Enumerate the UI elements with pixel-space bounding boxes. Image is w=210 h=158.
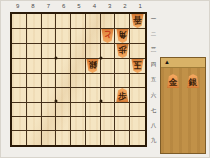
- file-label-8: 8: [25, 2, 40, 11]
- square-1八[interactable]: [130, 117, 145, 131]
- square-7七[interactable]: [42, 103, 57, 117]
- square-6七[interactable]: [56, 103, 71, 117]
- square-3三[interactable]: [101, 44, 116, 59]
- square-7八[interactable]: [42, 117, 57, 131]
- hoshi-point: [99, 56, 102, 59]
- square-2一[interactable]: [115, 14, 130, 29]
- hoshi-point: [55, 56, 58, 59]
- square-8六[interactable]: [27, 88, 42, 103]
- square-3五[interactable]: [101, 74, 116, 88]
- square-1一[interactable]: 香: [130, 14, 145, 29]
- square-8二[interactable]: [27, 29, 42, 44]
- rank-label-5: 五: [149, 72, 158, 87]
- square-2九[interactable]: [115, 131, 130, 145]
- square-5三[interactable]: [71, 44, 86, 59]
- square-3四[interactable]: [101, 59, 116, 74]
- square-9七[interactable]: [12, 103, 27, 117]
- square-6三[interactable]: [56, 44, 71, 59]
- square-5八[interactable]: [71, 117, 86, 131]
- piece-gote-と-3二[interactable]: と: [101, 29, 114, 43]
- file-label-7: 7: [41, 2, 56, 11]
- square-6四[interactable]: [56, 59, 71, 74]
- piece-gote-玉-1四[interactable]: 玉: [131, 59, 144, 73]
- square-8一[interactable]: [27, 14, 42, 29]
- square-2二[interactable]: 角: [115, 29, 130, 44]
- square-5九[interactable]: [71, 131, 86, 145]
- square-6九[interactable]: [56, 131, 71, 145]
- hand-pieces: 金銀: [161, 74, 205, 88]
- rank-label-3: 三: [149, 42, 158, 57]
- square-7二[interactable]: [42, 29, 57, 44]
- piece-sente-歩-2六[interactable]: 歩: [116, 88, 129, 102]
- rank-label-9: 九: [149, 133, 158, 148]
- rank-label-1: 一: [149, 12, 158, 27]
- square-5六[interactable]: [71, 88, 86, 103]
- square-8三[interactable]: [27, 44, 42, 59]
- square-8八[interactable]: [27, 117, 42, 131]
- square-2六[interactable]: 歩: [115, 88, 130, 103]
- hand-piece-金[interactable]: 金: [167, 74, 180, 88]
- square-3九[interactable]: [101, 131, 116, 145]
- square-9五[interactable]: [12, 74, 27, 88]
- file-label-3: 3: [102, 2, 117, 11]
- square-6二[interactable]: [56, 29, 71, 44]
- square-1七[interactable]: [130, 103, 145, 117]
- square-5二[interactable]: [71, 29, 86, 44]
- square-8九[interactable]: [27, 131, 42, 145]
- square-9二[interactable]: [12, 29, 27, 44]
- square-1九[interactable]: [130, 131, 145, 145]
- sente-hand-stand: ▲ 金銀: [160, 57, 206, 154]
- square-5一[interactable]: [71, 14, 86, 29]
- square-6八[interactable]: [56, 117, 71, 131]
- square-8四[interactable]: [27, 59, 42, 74]
- file-coordinates: 987654321: [10, 2, 148, 11]
- square-1五[interactable]: [130, 74, 145, 88]
- square-2三[interactable]: 歩: [115, 44, 130, 59]
- rank-label-7: 七: [149, 103, 158, 118]
- square-7九[interactable]: [42, 131, 57, 145]
- square-4八[interactable]: [86, 117, 101, 131]
- file-label-2: 2: [117, 2, 132, 11]
- rank-coordinates: 一二三四五六七八九: [149, 12, 158, 148]
- square-8五[interactable]: [27, 74, 42, 88]
- square-4九[interactable]: [86, 131, 101, 145]
- rank-label-6: 六: [149, 88, 158, 103]
- square-4四[interactable]: 銀: [86, 59, 101, 74]
- square-6五[interactable]: [56, 74, 71, 88]
- square-7四[interactable]: [42, 59, 57, 74]
- file-label-6: 6: [56, 2, 71, 11]
- square-9四[interactable]: [12, 59, 27, 74]
- square-1三[interactable]: [130, 44, 145, 59]
- file-label-4: 4: [87, 2, 102, 11]
- square-5七[interactable]: [71, 103, 86, 117]
- piece-gote-銀-4四[interactable]: 銀: [86, 59, 99, 73]
- rank-label-4: 四: [149, 57, 158, 72]
- square-9六[interactable]: [12, 88, 27, 103]
- square-4七[interactable]: [86, 103, 101, 117]
- square-5四[interactable]: [71, 59, 86, 74]
- square-4五[interactable]: [86, 74, 101, 88]
- board-grid: 香と角歩銀玉歩: [10, 12, 147, 147]
- hand-piece-銀[interactable]: 銀: [187, 74, 200, 88]
- square-2八[interactable]: [115, 117, 130, 131]
- square-9一[interactable]: [12, 14, 27, 29]
- square-8七[interactable]: [27, 103, 42, 117]
- square-2五[interactable]: [115, 74, 130, 88]
- file-label-5: 5: [71, 2, 86, 11]
- hoshi-point: [99, 100, 102, 103]
- square-9八[interactable]: [12, 117, 27, 131]
- square-9三[interactable]: [12, 44, 27, 59]
- file-label-1: 1: [133, 2, 148, 11]
- square-4一[interactable]: [86, 14, 101, 29]
- square-3七[interactable]: [101, 103, 116, 117]
- square-5五[interactable]: [71, 74, 86, 88]
- square-6六[interactable]: [56, 88, 71, 103]
- file-label-9: 9: [10, 2, 25, 11]
- square-2四[interactable]: [115, 59, 130, 74]
- square-4二[interactable]: [86, 29, 101, 44]
- hoshi-point: [55, 100, 58, 103]
- square-1六[interactable]: [130, 88, 145, 103]
- square-7一[interactable]: [42, 14, 57, 29]
- square-1四[interactable]: 玉: [130, 59, 145, 74]
- piece-gote-角-2二[interactable]: 角: [116, 29, 129, 43]
- square-2七[interactable]: [115, 103, 130, 117]
- square-3二[interactable]: と: [101, 29, 116, 44]
- square-6一[interactable]: [56, 14, 71, 29]
- square-3八[interactable]: [101, 117, 116, 131]
- square-3一[interactable]: [101, 14, 116, 29]
- hand-owner-mark: ▲: [161, 58, 205, 68]
- piece-gote-歩-2三[interactable]: 歩: [116, 44, 129, 58]
- square-1二[interactable]: [130, 29, 145, 44]
- square-3六[interactable]: [101, 88, 116, 103]
- rank-label-8: 八: [149, 118, 158, 133]
- square-9九[interactable]: [12, 131, 27, 145]
- rank-label-2: 二: [149, 27, 158, 42]
- square-7五[interactable]: [42, 74, 57, 88]
- piece-gote-香-1一[interactable]: 香: [131, 14, 144, 28]
